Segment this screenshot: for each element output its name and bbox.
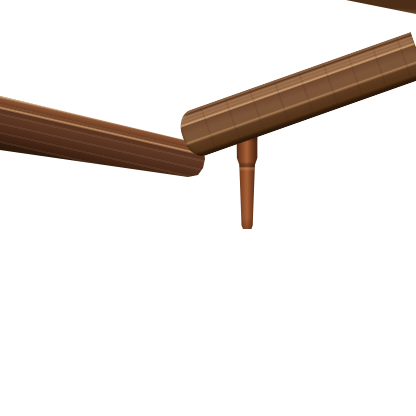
bed-product-photo	[0, 0, 416, 416]
bed-leg	[236, 133, 258, 229]
